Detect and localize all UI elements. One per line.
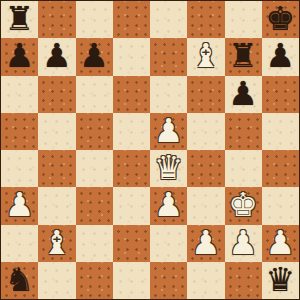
square-a2[interactable]: [1, 225, 38, 262]
square-d8[interactable]: [113, 1, 150, 38]
square-f7[interactable]: ♝: [187, 38, 224, 75]
square-e6[interactable]: [150, 76, 187, 113]
square-b3[interactable]: [38, 187, 75, 224]
square-b6[interactable]: [38, 76, 75, 113]
square-f1[interactable]: [187, 262, 224, 299]
square-h6[interactable]: [262, 76, 299, 113]
square-g4[interactable]: [225, 150, 262, 187]
black-rook[interactable]: ♜: [5, 2, 35, 35]
square-c6[interactable]: [76, 76, 113, 113]
square-b4[interactable]: [38, 150, 75, 187]
square-f5[interactable]: [187, 113, 224, 150]
black-queen[interactable]: ♛: [266, 263, 296, 296]
square-d5[interactable]: [113, 113, 150, 150]
square-b2[interactable]: ♝: [38, 225, 75, 262]
square-h2[interactable]: ♟: [262, 225, 299, 262]
white-king[interactable]: ♚: [228, 188, 258, 221]
square-d7[interactable]: [113, 38, 150, 75]
white-pawn[interactable]: ♟: [154, 114, 184, 147]
square-a3[interactable]: ♟: [1, 187, 38, 224]
square-g2[interactable]: ♟: [225, 225, 262, 262]
white-pawn[interactable]: ♟: [191, 226, 221, 259]
black-pawn[interactable]: ♟: [79, 39, 109, 72]
square-b8[interactable]: [38, 1, 75, 38]
square-e8[interactable]: [150, 1, 187, 38]
square-g8[interactable]: [225, 1, 262, 38]
square-c3[interactable]: [76, 187, 113, 224]
square-a6[interactable]: [1, 76, 38, 113]
white-pawn[interactable]: ♟: [154, 188, 184, 221]
square-c1[interactable]: [76, 262, 113, 299]
square-d4[interactable]: [113, 150, 150, 187]
square-c5[interactable]: [76, 113, 113, 150]
square-b1[interactable]: [38, 262, 75, 299]
square-a8[interactable]: ♜: [1, 1, 38, 38]
square-b5[interactable]: [38, 113, 75, 150]
square-h3[interactable]: [262, 187, 299, 224]
white-pawn[interactable]: ♟: [5, 188, 35, 221]
square-h4[interactable]: [262, 150, 299, 187]
black-rook[interactable]: ♜: [228, 39, 258, 72]
square-h5[interactable]: [262, 113, 299, 150]
black-pawn[interactable]: ♟: [266, 39, 296, 72]
square-f3[interactable]: [187, 187, 224, 224]
square-c8[interactable]: [76, 1, 113, 38]
square-f2[interactable]: ♟: [187, 225, 224, 262]
white-pawn[interactable]: ♟: [266, 226, 296, 259]
white-bishop[interactable]: ♝: [42, 226, 72, 259]
square-e3[interactable]: ♟: [150, 187, 187, 224]
white-pawn[interactable]: ♟: [228, 226, 258, 259]
square-h8[interactable]: ♚: [262, 1, 299, 38]
black-pawn[interactable]: ♟: [228, 77, 258, 110]
square-e5[interactable]: ♟: [150, 113, 187, 150]
black-king[interactable]: ♚: [266, 2, 296, 35]
square-f6[interactable]: [187, 76, 224, 113]
black-pawn[interactable]: ♟: [5, 39, 35, 72]
square-c2[interactable]: [76, 225, 113, 262]
chess-board: ♜♚♟♟♟♝♜♟♟♟♛♟♟♚♝♟♟♟♞♛: [0, 0, 300, 300]
square-e4[interactable]: ♛: [150, 150, 187, 187]
square-d1[interactable]: [113, 262, 150, 299]
square-a4[interactable]: [1, 150, 38, 187]
square-b7[interactable]: ♟: [38, 38, 75, 75]
black-knight[interactable]: ♞: [5, 263, 35, 296]
square-a5[interactable]: [1, 113, 38, 150]
square-a1[interactable]: ♞: [1, 262, 38, 299]
square-h1[interactable]: ♛: [262, 262, 299, 299]
square-g6[interactable]: ♟: [225, 76, 262, 113]
white-bishop[interactable]: ♝: [191, 39, 221, 72]
square-d6[interactable]: [113, 76, 150, 113]
square-a7[interactable]: ♟: [1, 38, 38, 75]
square-g5[interactable]: [225, 113, 262, 150]
square-c4[interactable]: [76, 150, 113, 187]
square-e1[interactable]: [150, 262, 187, 299]
square-d2[interactable]: [113, 225, 150, 262]
square-e2[interactable]: [150, 225, 187, 262]
white-queen[interactable]: ♛: [154, 151, 184, 184]
black-pawn[interactable]: ♟: [42, 39, 72, 72]
square-d3[interactable]: [113, 187, 150, 224]
chess-board-container: ♜♚♟♟♟♝♜♟♟♟♛♟♟♚♝♟♟♟♞♛: [0, 0, 300, 300]
square-f8[interactable]: [187, 1, 224, 38]
square-h7[interactable]: ♟: [262, 38, 299, 75]
square-e7[interactable]: [150, 38, 187, 75]
square-g7[interactable]: ♜: [225, 38, 262, 75]
square-g3[interactable]: ♚: [225, 187, 262, 224]
square-c7[interactable]: ♟: [76, 38, 113, 75]
square-f4[interactable]: [187, 150, 224, 187]
square-g1[interactable]: [225, 262, 262, 299]
